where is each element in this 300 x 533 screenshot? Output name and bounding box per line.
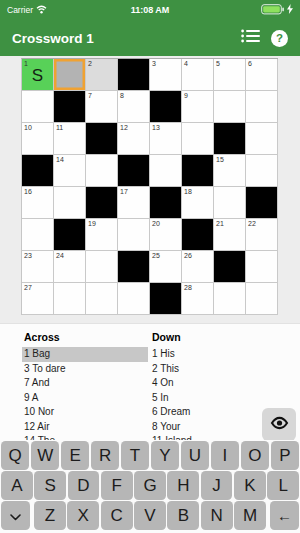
grid-cell[interactable]: 12 [118, 123, 150, 155]
key-j[interactable]: J [201, 471, 233, 500]
across-clue-9[interactable]: 9 A [22, 391, 148, 406]
cell-number: 21 [216, 220, 224, 228]
across-clue-3[interactable]: 3 To dare [22, 362, 148, 377]
grid-cell[interactable]: 5 [214, 59, 246, 91]
cell-number: 26 [184, 252, 192, 260]
keyboard: QWERTYUIOP ASDFGHJKL ZXCVBNM ← [0, 440, 300, 533]
grid-cell[interactable]: 11 [54, 123, 86, 155]
key-q[interactable]: Q [1, 441, 29, 470]
block-cell [54, 91, 86, 123]
cell-number: 27 [24, 284, 32, 292]
grid-cell[interactable]: 21 [214, 219, 246, 251]
grid-cell[interactable] [246, 283, 278, 315]
across-header: Across [24, 331, 148, 343]
grid-cell[interactable]: 10 [22, 123, 54, 155]
clues-panel: Across 1 Bag3 To dare7 And9 A10 Nor12 Ai… [0, 323, 300, 441]
key-v[interactable]: V [134, 501, 166, 530]
wifi-icon [36, 5, 47, 16]
key-c[interactable]: C [101, 501, 133, 530]
cell-number: 23 [24, 252, 32, 260]
key-f[interactable]: F [101, 471, 133, 500]
block-cell [150, 283, 182, 315]
cell-number: 19 [88, 220, 96, 228]
down-clue-2[interactable]: 2 This [150, 362, 292, 377]
key-a[interactable]: A [1, 471, 33, 500]
grid-cell[interactable] [214, 91, 246, 123]
key-y[interactable]: Y [151, 441, 179, 470]
grid-cell[interactable]: 27 [22, 283, 54, 315]
cell-number: 7 [88, 92, 92, 100]
key-i[interactable]: I [211, 441, 239, 470]
across-clue-list: 1 Bag3 To dare7 And9 A10 Nor12 Air14 The [22, 347, 148, 441]
block-cell [182, 155, 214, 187]
block-cell [86, 187, 118, 219]
grid-cell[interactable] [246, 91, 278, 123]
block-cell [54, 219, 86, 251]
grid-cell[interactable] [86, 155, 118, 187]
grid-cell[interactable]: 24 [54, 251, 86, 283]
grid-cell[interactable] [54, 59, 86, 91]
question-mark-icon: ? [271, 30, 288, 47]
grid-cell[interactable]: 19 [86, 219, 118, 251]
grid-cell[interactable] [54, 187, 86, 219]
cell-letter: S [32, 66, 43, 86]
block-cell [214, 251, 246, 283]
backspace-key[interactable]: ← [270, 501, 299, 530]
grid-cell[interactable]: 26 [182, 251, 214, 283]
grid-cell[interactable] [22, 219, 54, 251]
grid-cell[interactable]: 6 [246, 59, 278, 91]
key-o[interactable]: O [241, 441, 269, 470]
down-clue-4[interactable]: 4 On [150, 376, 292, 391]
app-screen: Carrier 11:08 AM [0, 0, 300, 533]
clue-list-button[interactable] [241, 29, 260, 47]
grid-cell[interactable]: 22 [246, 219, 278, 251]
grid-cell[interactable]: 7 [86, 91, 118, 123]
across-clue-12[interactable]: 12 Air [22, 420, 148, 435]
grid-cell[interactable]: 17 [118, 187, 150, 219]
block-cell [150, 187, 182, 219]
cell-number: 8 [120, 92, 124, 100]
key-n[interactable]: N [201, 501, 233, 530]
cell-number: 6 [248, 60, 252, 68]
grid-cell[interactable]: 15 [214, 155, 246, 187]
grid-cell[interactable]: 4 [182, 59, 214, 91]
down-header: Down [152, 331, 292, 343]
cell-number: 20 [152, 220, 160, 228]
grid-cell[interactable]: 16 [22, 187, 54, 219]
battery-icon [261, 4, 285, 17]
key-k[interactable]: K [234, 471, 266, 500]
grid-cell[interactable] [54, 283, 86, 315]
grid-cell[interactable]: 13 [150, 123, 182, 155]
eye-icon [270, 416, 289, 434]
grid-cell[interactable]: 1S [22, 59, 54, 91]
block-cell [246, 187, 278, 219]
grid-cell[interactable] [118, 219, 150, 251]
grid-cell[interactable]: 14 [54, 155, 86, 187]
grid-cell[interactable]: 18 [182, 187, 214, 219]
page-title: Crossword 1 [12, 31, 241, 46]
across-clue-1[interactable]: 1 Bag [22, 347, 148, 362]
key-l[interactable]: L [267, 471, 299, 500]
grid-cell[interactable] [182, 123, 214, 155]
cell-number: 18 [184, 188, 192, 196]
grid-cell[interactable] [22, 91, 54, 123]
key-h[interactable]: H [167, 471, 199, 500]
block-cell [150, 91, 182, 123]
cell-number: 13 [152, 124, 160, 132]
cell-number: 28 [184, 284, 192, 292]
key-b[interactable]: B [167, 501, 199, 530]
cell-number: 3 [152, 60, 156, 68]
grid-cell[interactable] [214, 187, 246, 219]
key-g[interactable]: G [134, 471, 166, 500]
key-s[interactable]: S [34, 471, 66, 500]
grid-cell[interactable]: 28 [182, 283, 214, 315]
grid-cell[interactable]: 9 [182, 91, 214, 123]
down-clue-5[interactable]: 5 In [150, 391, 292, 406]
grid-cell[interactable] [246, 155, 278, 187]
block-cell [86, 123, 118, 155]
grid-cell[interactable] [86, 283, 118, 315]
cell-number: 17 [120, 188, 128, 196]
status-bar: Carrier 11:08 AM [0, 0, 300, 20]
grid-cell[interactable] [246, 251, 278, 283]
block-cell [214, 123, 246, 155]
key-u[interactable]: U [181, 441, 209, 470]
block-cell [118, 59, 150, 91]
grid-cell[interactable] [86, 251, 118, 283]
cell-number: 24 [56, 252, 64, 260]
cell-number: 22 [248, 220, 256, 228]
key-r[interactable]: R [91, 441, 119, 470]
cell-number: 5 [216, 60, 220, 68]
grid-cell[interactable]: 3 [150, 59, 182, 91]
block-cell [22, 155, 54, 187]
key-z[interactable]: Z [34, 501, 66, 530]
cell-number: 4 [184, 60, 188, 68]
block-cell [118, 155, 150, 187]
cell-number: 9 [184, 92, 188, 100]
key-p[interactable]: P [271, 441, 299, 470]
grid-cell[interactable]: 2 [86, 59, 118, 91]
cell-number: 16 [24, 188, 32, 196]
key-d[interactable]: D [68, 471, 100, 500]
key-m[interactable]: M [234, 501, 266, 530]
grid-cell[interactable] [118, 283, 150, 315]
key-e[interactable]: E [61, 441, 89, 470]
key-x[interactable]: X [67, 501, 99, 530]
grid-cell[interactable]: 20 [150, 219, 182, 251]
cell-number: 12 [120, 124, 128, 132]
grid-cell[interactable] [150, 155, 182, 187]
cell-number: 11 [56, 124, 63, 132]
board-area: 1S23456789101112131415161718192021222324… [0, 56, 300, 323]
cell-number: 2 [88, 60, 92, 68]
across-clue-7[interactable]: 7 And [22, 376, 148, 391]
grid-cell[interactable] [214, 283, 246, 315]
key-t[interactable]: T [121, 441, 149, 470]
crossword-grid: 1S23456789101112131415161718192021222324… [21, 58, 278, 315]
across-clue-10[interactable]: 10 Nor [22, 405, 148, 420]
grid-cell[interactable]: 25 [150, 251, 182, 283]
block-cell [182, 219, 214, 251]
cell-number: 10 [24, 124, 32, 132]
dismiss-keyboard-key[interactable] [1, 501, 30, 530]
reveal-button[interactable] [262, 408, 296, 441]
nav-bar: Crossword 1 ? [0, 20, 300, 56]
cell-number: 14 [56, 156, 64, 164]
grid-cell[interactable]: 8 [118, 91, 150, 123]
help-button[interactable]: ? [271, 30, 288, 47]
carrier-label: Carrier [7, 5, 33, 15]
charging-bolt-icon [287, 4, 293, 16]
key-w[interactable]: W [31, 441, 59, 470]
list-icon [241, 29, 260, 47]
cell-number: 15 [216, 156, 224, 164]
cell-number: 1 [24, 60, 28, 68]
grid-cell[interactable] [246, 123, 278, 155]
cell-number: 25 [152, 252, 160, 260]
down-clue-1[interactable]: 1 His [150, 347, 292, 362]
grid-cell[interactable]: 23 [22, 251, 54, 283]
block-cell [118, 251, 150, 283]
chevron-down-icon [10, 506, 21, 526]
